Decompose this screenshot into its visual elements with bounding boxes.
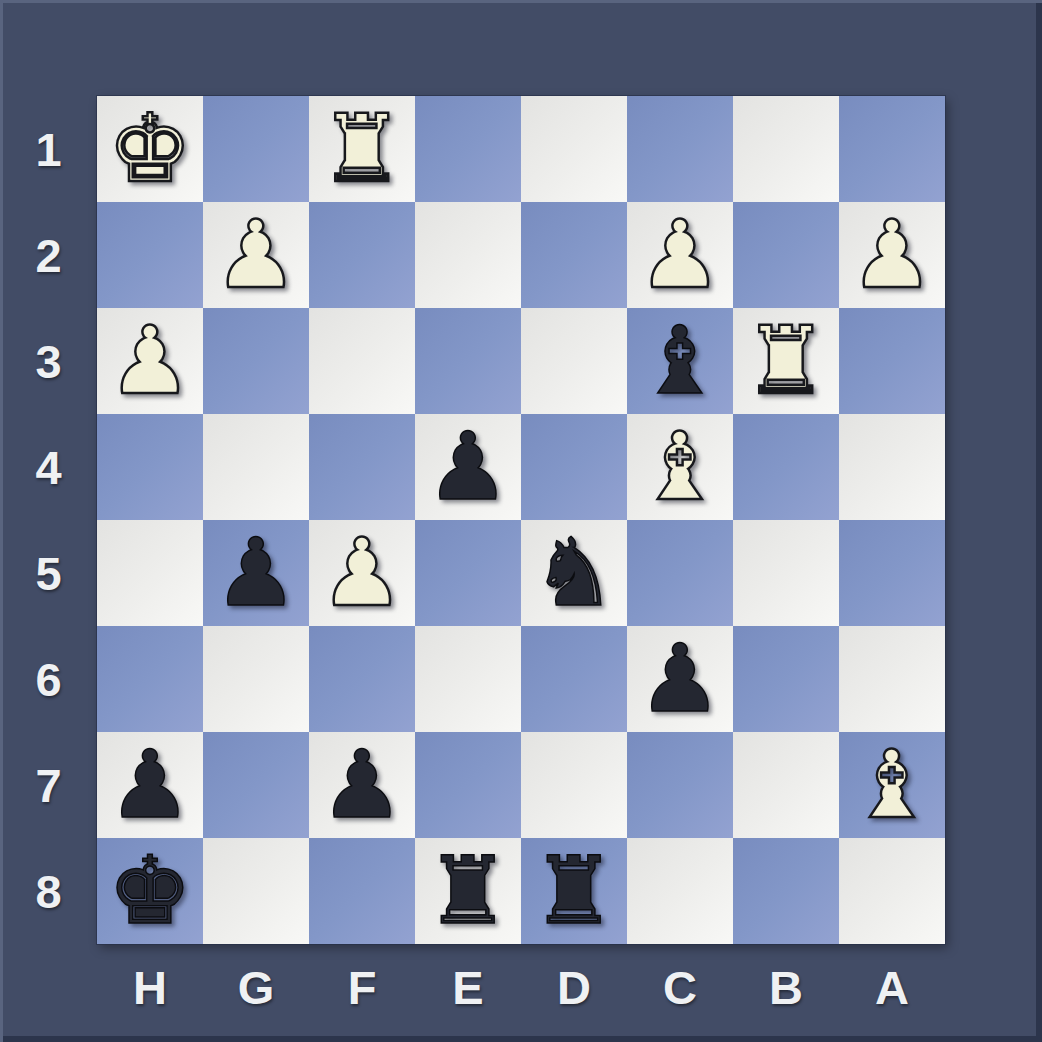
square-d2[interactable] <box>521 202 627 308</box>
rank-label-6: 6 <box>0 626 97 732</box>
rank-label-2: 2 <box>0 202 97 308</box>
square-a3[interactable] <box>839 308 945 414</box>
square-g4[interactable] <box>203 414 309 520</box>
square-c3[interactable]: ♝ <box>627 308 733 414</box>
black-pawn: ♟ <box>108 732 192 838</box>
square-b8[interactable] <box>733 838 839 944</box>
file-label-e: E <box>415 944 521 1030</box>
white-bishop: ♝ <box>638 414 722 520</box>
board: ♚♜♟♟♟♟♝♜♟♝♟♟♞♟♟♟♝♚♜♜ <box>97 96 945 944</box>
rank-labels: 12345678 <box>0 96 97 944</box>
square-c2[interactable]: ♟ <box>627 202 733 308</box>
white-rook: ♜ <box>320 96 404 202</box>
file-label-g: G <box>203 944 309 1030</box>
white-pawn: ♟ <box>320 520 404 626</box>
white-pawn: ♟ <box>638 202 722 308</box>
white-pawn: ♟ <box>850 202 934 308</box>
square-f1[interactable]: ♜ <box>309 96 415 202</box>
square-g1[interactable] <box>203 96 309 202</box>
square-b4[interactable] <box>733 414 839 520</box>
file-label-d: D <box>521 944 627 1030</box>
rank-label-4: 4 <box>0 414 97 520</box>
black-knight: ♞ <box>532 520 616 626</box>
square-e6[interactable] <box>415 626 521 732</box>
square-b5[interactable] <box>733 520 839 626</box>
white-king: ♚ <box>108 96 192 202</box>
square-c1[interactable] <box>627 96 733 202</box>
square-h5[interactable] <box>97 520 203 626</box>
square-b3[interactable]: ♜ <box>733 308 839 414</box>
white-pawn: ♟ <box>108 308 192 414</box>
square-e7[interactable] <box>415 732 521 838</box>
rank-label-3: 3 <box>0 308 97 414</box>
black-king: ♚ <box>108 838 192 944</box>
square-c8[interactable] <box>627 838 733 944</box>
square-b2[interactable] <box>733 202 839 308</box>
square-a7[interactable]: ♝ <box>839 732 945 838</box>
square-f7[interactable]: ♟ <box>309 732 415 838</box>
square-a6[interactable] <box>839 626 945 732</box>
square-a5[interactable] <box>839 520 945 626</box>
square-g3[interactable] <box>203 308 309 414</box>
square-e2[interactable] <box>415 202 521 308</box>
white-bishop: ♝ <box>850 732 934 838</box>
file-label-f: F <box>309 944 415 1030</box>
square-f6[interactable] <box>309 626 415 732</box>
square-h8[interactable]: ♚ <box>97 838 203 944</box>
file-label-b: B <box>733 944 839 1030</box>
file-label-c: C <box>627 944 733 1030</box>
square-e5[interactable] <box>415 520 521 626</box>
black-pawn: ♟ <box>638 626 722 732</box>
square-d5[interactable]: ♞ <box>521 520 627 626</box>
square-g5[interactable]: ♟ <box>203 520 309 626</box>
square-f2[interactable] <box>309 202 415 308</box>
square-h6[interactable] <box>97 626 203 732</box>
square-c6[interactable]: ♟ <box>627 626 733 732</box>
rank-label-7: 7 <box>0 732 97 838</box>
square-e3[interactable] <box>415 308 521 414</box>
square-a1[interactable] <box>839 96 945 202</box>
square-a8[interactable] <box>839 838 945 944</box>
square-d8[interactable]: ♜ <box>521 838 627 944</box>
rank-label-5: 5 <box>0 520 97 626</box>
black-pawn: ♟ <box>426 414 510 520</box>
square-a2[interactable]: ♟ <box>839 202 945 308</box>
square-d1[interactable] <box>521 96 627 202</box>
white-rook: ♜ <box>744 308 828 414</box>
square-f3[interactable] <box>309 308 415 414</box>
square-d4[interactable] <box>521 414 627 520</box>
square-e8[interactable]: ♜ <box>415 838 521 944</box>
square-g2[interactable]: ♟ <box>203 202 309 308</box>
square-d7[interactable] <box>521 732 627 838</box>
black-bishop: ♝ <box>638 308 722 414</box>
square-e1[interactable] <box>415 96 521 202</box>
square-h7[interactable]: ♟ <box>97 732 203 838</box>
square-h3[interactable]: ♟ <box>97 308 203 414</box>
square-c7[interactable] <box>627 732 733 838</box>
square-h1[interactable]: ♚ <box>97 96 203 202</box>
black-pawn: ♟ <box>214 520 298 626</box>
file-labels: HGFEDCBA <box>97 944 945 1030</box>
file-label-h: H <box>97 944 203 1030</box>
square-d3[interactable] <box>521 308 627 414</box>
black-rook: ♜ <box>426 838 510 944</box>
rank-label-8: 8 <box>0 838 97 944</box>
square-g7[interactable] <box>203 732 309 838</box>
white-pawn: ♟ <box>214 202 298 308</box>
file-label-a: A <box>839 944 945 1030</box>
black-rook: ♜ <box>532 838 616 944</box>
square-g8[interactable] <box>203 838 309 944</box>
square-e4[interactable]: ♟ <box>415 414 521 520</box>
square-d6[interactable] <box>521 626 627 732</box>
square-f4[interactable] <box>309 414 415 520</box>
rank-label-1: 1 <box>0 96 97 202</box>
square-g6[interactable] <box>203 626 309 732</box>
square-c4[interactable]: ♝ <box>627 414 733 520</box>
square-b1[interactable] <box>733 96 839 202</box>
square-b7[interactable] <box>733 732 839 838</box>
square-f8[interactable] <box>309 838 415 944</box>
square-f5[interactable]: ♟ <box>309 520 415 626</box>
square-h4[interactable] <box>97 414 203 520</box>
square-c5[interactable] <box>627 520 733 626</box>
chess-diagram: 12345678 ♚♜♟♟♟♟♝♜♟♝♟♟♞♟♟♟♝♚♜♜ HGFEDCBA <box>0 0 1042 1042</box>
black-pawn: ♟ <box>320 732 404 838</box>
square-b6[interactable] <box>733 626 839 732</box>
square-a4[interactable] <box>839 414 945 520</box>
square-h2[interactable] <box>97 202 203 308</box>
